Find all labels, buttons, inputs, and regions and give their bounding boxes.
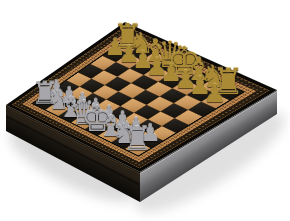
- piece-black-pawn-h7[interactable]: ♟: [203, 81, 226, 106]
- product-photo-scene: ♜♞♝♛♚♝♞♜♟♟♟♟♟♟♟♟♟♟♟♟♟♟♟♟♜♞♝♛♚♝♞♜: [0, 0, 290, 221]
- piece-white-rook-h1[interactable]: ♜: [123, 122, 153, 155]
